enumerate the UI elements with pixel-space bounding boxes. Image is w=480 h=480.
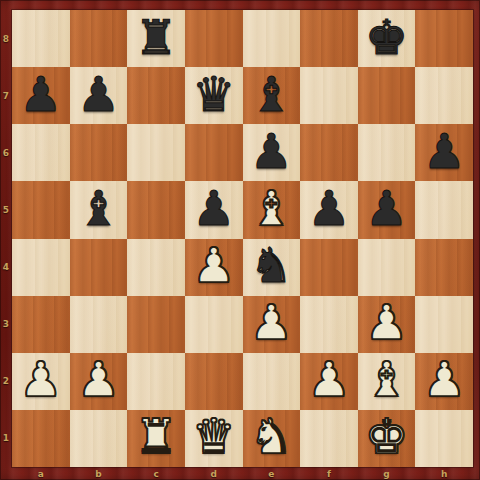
square-a3[interactable] [12,296,70,353]
square-f6[interactable] [300,124,358,181]
square-c8[interactable]: ♜ [127,10,185,67]
square-e1[interactable]: ♞ [243,410,301,467]
square-b5[interactable]: ♝ [70,181,128,238]
rank-label-6: 6 [0,124,12,181]
square-c3[interactable] [127,296,185,353]
square-a7[interactable]: ♟ [12,67,70,124]
chess-board: 87654321 abcdefgh ♜♚♟♟♛♝♟♟♝♟♝♟♟♟♞♟♟♟♟♟♝♟… [0,0,480,480]
square-d1[interactable]: ♛ [185,410,243,467]
piece-white-pawn[interactable]: ♟ [192,241,235,289]
square-f7[interactable] [300,67,358,124]
file-label-b: b [70,467,128,480]
square-b3[interactable] [70,296,128,353]
square-g3[interactable]: ♟ [358,296,416,353]
square-h7[interactable] [415,67,473,124]
square-c7[interactable] [127,67,185,124]
square-d8[interactable] [185,10,243,67]
square-g1[interactable]: ♚ [358,410,416,467]
square-h5[interactable] [415,181,473,238]
square-d5[interactable]: ♟ [185,181,243,238]
square-b7[interactable]: ♟ [70,67,128,124]
square-d4[interactable]: ♟ [185,239,243,296]
piece-black-pawn[interactable]: ♟ [250,127,293,175]
board-grid: ♜♚♟♟♛♝♟♟♝♟♝♟♟♟♞♟♟♟♟♟♝♟♜♛♞♚ [12,10,473,467]
rank-label-4: 4 [0,239,12,296]
square-e2[interactable] [243,353,301,410]
square-a5[interactable] [12,181,70,238]
piece-black-pawn[interactable]: ♟ [307,184,350,232]
square-b1[interactable] [70,410,128,467]
piece-black-queen[interactable]: ♛ [192,70,235,118]
square-e6[interactable]: ♟ [243,124,301,181]
piece-white-rook[interactable]: ♜ [135,412,178,460]
piece-white-pawn[interactable]: ♟ [77,355,120,403]
piece-white-queen[interactable]: ♛ [192,412,235,460]
rank-label-1: 1 [0,410,12,467]
square-c4[interactable] [127,239,185,296]
file-label-e: e [243,467,301,480]
square-c5[interactable] [127,181,185,238]
square-d3[interactable] [185,296,243,353]
file-label-d: d [185,467,243,480]
file-label-g: g [358,467,416,480]
rank-label-8: 8 [0,10,12,67]
square-f4[interactable] [300,239,358,296]
square-g4[interactable] [358,239,416,296]
piece-black-pawn[interactable]: ♟ [423,127,466,175]
piece-white-pawn[interactable]: ♟ [365,298,408,346]
square-h6[interactable]: ♟ [415,124,473,181]
piece-black-pawn[interactable]: ♟ [19,70,62,118]
square-a1[interactable] [12,410,70,467]
piece-white-pawn[interactable]: ♟ [307,355,350,403]
square-f5[interactable]: ♟ [300,181,358,238]
square-e5[interactable]: ♝ [243,181,301,238]
piece-black-king[interactable]: ♚ [365,13,408,61]
square-g5[interactable]: ♟ [358,181,416,238]
rank-label-2: 2 [0,353,12,410]
piece-black-rook[interactable]: ♜ [135,13,178,61]
square-h4[interactable] [415,239,473,296]
file-label-f: f [300,467,358,480]
square-g6[interactable] [358,124,416,181]
piece-black-pawn[interactable]: ♟ [365,184,408,232]
square-g2[interactable]: ♝ [358,353,416,410]
square-h8[interactable] [415,10,473,67]
piece-white-bishop[interactable]: ♝ [365,355,408,403]
square-a4[interactable] [12,239,70,296]
rank-label-3: 3 [0,296,12,353]
square-d6[interactable] [185,124,243,181]
piece-white-pawn[interactable]: ♟ [250,298,293,346]
square-d7[interactable]: ♛ [185,67,243,124]
square-f3[interactable] [300,296,358,353]
piece-white-bishop[interactable]: ♝ [250,184,293,232]
square-a8[interactable] [12,10,70,67]
piece-black-knight[interactable]: ♞ [250,241,293,289]
piece-white-pawn[interactable]: ♟ [19,355,62,403]
file-label-c: c [127,467,185,480]
file-label-h: h [415,467,473,480]
square-h3[interactable] [415,296,473,353]
piece-black-pawn[interactable]: ♟ [77,70,120,118]
square-e8[interactable] [243,10,301,67]
square-e4[interactable]: ♞ [243,239,301,296]
square-f2[interactable]: ♟ [300,353,358,410]
file-labels: abcdefgh [12,467,473,480]
file-label-a: a [12,467,70,480]
square-d2[interactable] [185,353,243,410]
square-b8[interactable] [70,10,128,67]
square-f1[interactable] [300,410,358,467]
rank-labels: 87654321 [0,10,12,467]
square-g7[interactable] [358,67,416,124]
piece-black-bishop[interactable]: ♝ [77,184,120,232]
square-b4[interactable] [70,239,128,296]
piece-white-knight[interactable]: ♞ [250,412,293,460]
square-h1[interactable] [415,410,473,467]
square-b6[interactable] [70,124,128,181]
piece-black-bishop[interactable]: ♝ [250,70,293,118]
square-g8[interactable]: ♚ [358,10,416,67]
square-a6[interactable] [12,124,70,181]
piece-white-king[interactable]: ♚ [365,412,408,460]
piece-white-pawn[interactable]: ♟ [423,355,466,403]
piece-black-pawn[interactable]: ♟ [192,184,235,232]
square-h2[interactable]: ♟ [415,353,473,410]
square-a2[interactable]: ♟ [12,353,70,410]
square-c6[interactable] [127,124,185,181]
rank-label-5: 5 [0,181,12,238]
square-c2[interactable] [127,353,185,410]
square-c1[interactable]: ♜ [127,410,185,467]
square-e7[interactable]: ♝ [243,67,301,124]
square-e3[interactable]: ♟ [243,296,301,353]
square-b2[interactable]: ♟ [70,353,128,410]
rank-label-7: 7 [0,67,12,124]
square-f8[interactable] [300,10,358,67]
